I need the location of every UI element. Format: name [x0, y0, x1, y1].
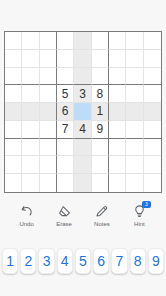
sudoku-app: { "game": "Sudoku", "position": ".......…: [0, 0, 166, 296]
cell-r5c2[interactable]: [40, 121, 57, 139]
cell-r3c1[interactable]: [22, 85, 39, 103]
erase-label: Erase: [56, 221, 72, 227]
cell-r3c8[interactable]: [144, 85, 161, 103]
cell-r0c4[interactable]: [74, 32, 91, 50]
cell-r8c2[interactable]: [40, 174, 57, 192]
cell-r2c4[interactable]: [74, 68, 91, 86]
cell-r6c6[interactable]: [109, 139, 126, 157]
undo-label: Undo: [19, 221, 33, 227]
toolbar: Undo Erase Notes 3 Hint: [0, 204, 166, 227]
cell-r4c0[interactable]: [5, 103, 22, 121]
cell-r2c6[interactable]: [109, 68, 126, 86]
cell-r0c0[interactable]: [5, 32, 22, 50]
cell-r3c5[interactable]: 8: [92, 85, 109, 103]
cell-r7c1[interactable]: [22, 156, 39, 174]
cell-r0c1[interactable]: [22, 32, 39, 50]
cell-r7c5[interactable]: [92, 156, 109, 174]
erase-button[interactable]: Erase: [56, 204, 72, 227]
cell-r5c0[interactable]: [5, 121, 22, 139]
cell-r1c6[interactable]: [109, 50, 126, 68]
cell-r1c5[interactable]: [92, 50, 109, 68]
number-pad: 123456789: [0, 248, 166, 274]
cell-r4c8[interactable]: [144, 103, 161, 121]
eraser-icon: [57, 204, 72, 219]
notes-label: Notes: [94, 221, 110, 227]
cell-r1c0[interactable]: [5, 50, 22, 68]
cell-r2c2[interactable]: [40, 68, 57, 86]
cell-r4c4[interactable]: [74, 103, 91, 121]
sudoku-board: 53861749: [4, 31, 162, 193]
hint-button[interactable]: 3 Hint: [132, 204, 147, 227]
cell-r7c7[interactable]: [126, 156, 143, 174]
cell-r0c2[interactable]: [40, 32, 57, 50]
cell-r7c3[interactable]: [57, 156, 74, 174]
cell-r6c7[interactable]: [126, 139, 143, 157]
cell-r6c5[interactable]: [92, 139, 109, 157]
cell-r0c6[interactable]: [109, 32, 126, 50]
numpad-key-6[interactable]: 6: [93, 248, 109, 274]
cell-r3c4[interactable]: 3: [74, 85, 91, 103]
cell-r0c8[interactable]: [144, 32, 161, 50]
numpad-key-8[interactable]: 8: [130, 248, 146, 274]
cell-r8c7[interactable]: [126, 174, 143, 192]
cell-r1c2[interactable]: [40, 50, 57, 68]
notes-button[interactable]: Notes: [94, 204, 110, 227]
pencil-icon: [94, 204, 109, 219]
cell-r8c8[interactable]: [144, 174, 161, 192]
cell-r3c0[interactable]: [5, 85, 22, 103]
cell-r3c6[interactable]: [109, 85, 126, 103]
cell-r5c5[interactable]: 9: [92, 121, 109, 139]
numpad-key-2[interactable]: 2: [20, 248, 36, 274]
cell-r2c1[interactable]: [22, 68, 39, 86]
cell-r1c1[interactable]: [22, 50, 39, 68]
hint-label: Hint: [134, 221, 145, 227]
cell-r4c5[interactable]: 1: [92, 103, 109, 121]
cell-r4c6[interactable]: [109, 103, 126, 121]
lightbulb-icon: 3: [132, 204, 147, 219]
cell-r2c7[interactable]: [126, 68, 143, 86]
undo-icon: [19, 204, 34, 219]
cell-r4c2[interactable]: [40, 103, 57, 121]
cell-r8c1[interactable]: [22, 174, 39, 192]
cell-r3c3[interactable]: 5: [57, 85, 74, 103]
cell-r5c3[interactable]: 7: [57, 121, 74, 139]
cell-r2c0[interactable]: [5, 68, 22, 86]
cell-r8c0[interactable]: [5, 174, 22, 192]
cell-r6c4[interactable]: [74, 139, 91, 157]
cell-r1c7[interactable]: [126, 50, 143, 68]
numpad-key-3[interactable]: 3: [38, 248, 54, 274]
numpad-key-9[interactable]: 9: [148, 248, 164, 274]
cell-r3c7[interactable]: [126, 85, 143, 103]
cell-r5c7[interactable]: [126, 121, 143, 139]
hint-count-badge: 3: [142, 201, 151, 208]
cell-r2c5[interactable]: [92, 68, 109, 86]
cell-r8c4[interactable]: [74, 174, 91, 192]
cell-r0c5[interactable]: [92, 32, 109, 50]
cell-r7c8[interactable]: [144, 156, 161, 174]
cell-r4c3[interactable]: 6: [57, 103, 74, 121]
cell-r2c8[interactable]: [144, 68, 161, 86]
cell-r6c3[interactable]: [57, 139, 74, 157]
cell-r5c8[interactable]: [144, 121, 161, 139]
cell-r1c3[interactable]: [57, 50, 74, 68]
cell-r3c2[interactable]: [40, 85, 57, 103]
cell-r0c3[interactable]: [57, 32, 74, 50]
cell-r4c1[interactable]: [22, 103, 39, 121]
cell-r7c6[interactable]: [109, 156, 126, 174]
cell-r7c0[interactable]: [5, 156, 22, 174]
cell-r2c3[interactable]: [57, 68, 74, 86]
cell-r6c2[interactable]: [40, 139, 57, 157]
cell-r8c3[interactable]: [57, 174, 74, 192]
cell-r4c7[interactable]: [126, 103, 143, 121]
numpad-key-4[interactable]: 4: [57, 248, 73, 274]
undo-button[interactable]: Undo: [19, 204, 34, 227]
cell-r1c4[interactable]: [74, 50, 91, 68]
cell-r8c5[interactable]: [92, 174, 109, 192]
cell-r7c4[interactable]: [74, 156, 91, 174]
cell-r6c8[interactable]: [144, 139, 161, 157]
numpad-key-5[interactable]: 5: [75, 248, 91, 274]
cell-r5c1[interactable]: [22, 121, 39, 139]
cell-r6c1[interactable]: [22, 139, 39, 157]
cell-r5c6[interactable]: [109, 121, 126, 139]
cell-r6c0[interactable]: [5, 139, 22, 157]
cell-r7c2[interactable]: [40, 156, 57, 174]
numpad-key-7[interactable]: 7: [111, 248, 127, 274]
cell-r5c4[interactable]: 4: [74, 121, 91, 139]
cell-r8c6[interactable]: [109, 174, 126, 192]
cell-r0c7[interactable]: [126, 32, 143, 50]
numpad-key-1[interactable]: 1: [2, 248, 18, 274]
cell-r1c8[interactable]: [144, 50, 161, 68]
